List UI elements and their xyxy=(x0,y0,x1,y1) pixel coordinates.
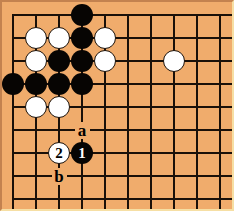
black-stone xyxy=(48,50,70,72)
grid-line-vertical xyxy=(150,14,152,209)
white-stone xyxy=(48,27,70,49)
black-stone xyxy=(71,50,93,72)
black-stone xyxy=(71,27,93,49)
black-stone-1: 1 xyxy=(71,142,93,164)
grid-line-vertical xyxy=(196,14,198,209)
grid-line-horizontal xyxy=(12,129,232,131)
go-diagram: 21ab xyxy=(0,0,234,211)
point-label-a: a xyxy=(75,122,90,139)
white-stone xyxy=(25,96,47,118)
grid-line-vertical xyxy=(127,14,129,209)
grid-line-horizontal xyxy=(12,152,232,154)
go-board: 21ab xyxy=(2,2,232,209)
black-stone xyxy=(71,73,93,95)
black-stone xyxy=(71,4,93,26)
white-stone xyxy=(163,50,185,72)
black-stone xyxy=(48,73,70,95)
grid-line-vertical xyxy=(12,14,14,209)
grid-line-horizontal xyxy=(12,175,232,177)
point-label-b: b xyxy=(52,168,67,185)
grid-line-horizontal xyxy=(12,14,232,16)
black-stone xyxy=(25,73,47,95)
white-stone-2: 2 xyxy=(48,142,70,164)
white-stone xyxy=(48,96,70,118)
grid-line-vertical xyxy=(219,14,221,209)
white-stone xyxy=(25,50,47,72)
white-stone xyxy=(94,27,116,49)
grid-line-horizontal xyxy=(12,198,232,200)
white-stone xyxy=(25,27,47,49)
black-stone xyxy=(2,73,24,95)
white-stone xyxy=(94,50,116,72)
grid-line-vertical xyxy=(173,14,175,209)
